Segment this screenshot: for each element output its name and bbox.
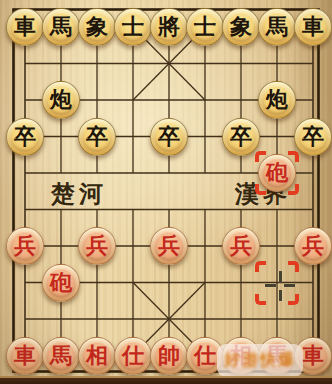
piece-black-cannon[interactable]: 炮 — [42, 81, 80, 119]
piece-black-soldier[interactable]: 卒 — [78, 118, 116, 156]
piece-black-elephant[interactable]: 象 — [78, 8, 116, 46]
piece-red-advisor[interactable]: 仕 — [114, 337, 152, 375]
piece-red-soldier[interactable]: 兵 — [150, 227, 188, 265]
piece-black-soldier[interactable]: 卒 — [222, 118, 260, 156]
piece-black-advisor[interactable]: 士 — [186, 8, 224, 46]
piece-black-elephant[interactable]: 象 — [222, 8, 260, 46]
piece-red-elephant[interactable]: 相 — [78, 337, 116, 375]
piece-red-soldier[interactable]: 兵 — [294, 227, 332, 265]
board-bottom-edge — [0, 376, 332, 384]
piece-black-horse[interactable]: 馬 — [258, 8, 296, 46]
piece-black-advisor[interactable]: 士 — [114, 8, 152, 46]
piece-red-soldier[interactable]: 兵 — [78, 227, 116, 265]
piece-red-soldier[interactable]: 兵 — [6, 227, 44, 265]
piece-black-cannon[interactable]: 炮 — [258, 81, 296, 119]
piece-red-chariot[interactable]: 車 — [6, 337, 44, 375]
watermark-text: 好游快爆 — [224, 350, 296, 371]
piece-black-general[interactable]: 將 — [150, 8, 188, 46]
piece-black-horse[interactable]: 馬 — [42, 8, 80, 46]
piece-red-cannon[interactable]: 砲 — [258, 154, 296, 192]
piece-red-soldier[interactable]: 兵 — [222, 227, 260, 265]
piece-black-soldier[interactable]: 卒 — [6, 118, 44, 156]
river-label-chu-he: 楚河 — [51, 178, 107, 210]
piece-red-cannon[interactable]: 砲 — [42, 264, 80, 302]
piece-black-soldier[interactable]: 卒 — [150, 118, 188, 156]
piece-black-chariot[interactable]: 車 — [6, 8, 44, 46]
piece-red-horse[interactable]: 馬 — [42, 337, 80, 375]
piece-red-general[interactable]: 帥 — [150, 337, 188, 375]
watermark: 好游快爆 — [217, 344, 303, 377]
xiangqi-board[interactable]: 楚河 漢界 車馬象士將士象馬車炮炮卒卒卒卒卒砲兵兵兵兵兵砲車馬相仕帥仕相馬車 好… — [0, 0, 332, 384]
piece-black-chariot[interactable]: 車 — [294, 8, 332, 46]
piece-black-soldier[interactable]: 卒 — [294, 118, 332, 156]
